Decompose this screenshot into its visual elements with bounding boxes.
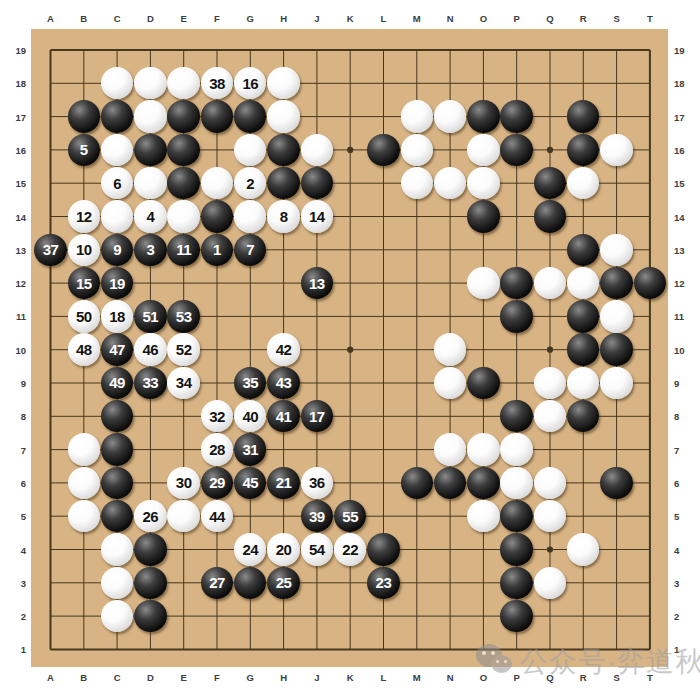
coord-label: 12 <box>674 278 694 289</box>
move-number: 50 <box>76 309 92 324</box>
coord-label: N <box>447 13 454 24</box>
go-stone-black <box>201 100 233 132</box>
go-stone-black <box>467 100 499 132</box>
coord-label: 18 <box>674 78 694 89</box>
move-number: 6 <box>113 176 121 191</box>
go-stone-black <box>500 567 532 599</box>
go-stone-white: 30 <box>167 467 199 499</box>
go-stone-white <box>167 67 199 99</box>
go-stone-white <box>534 567 566 599</box>
coord-label: 7 <box>6 444 26 455</box>
go-stone-black: 39 <box>301 500 333 532</box>
go-stone-white <box>101 567 133 599</box>
move-number: 25 <box>276 575 292 590</box>
move-number: 46 <box>143 342 159 357</box>
coord-label: K <box>347 672 354 683</box>
coord-label: 2 <box>674 611 694 622</box>
move-number: 10 <box>76 242 92 257</box>
go-stone-black <box>167 100 199 132</box>
move-number: 31 <box>242 442 258 457</box>
go-stone-black: 25 <box>267 567 299 599</box>
coord-label: T <box>647 13 653 24</box>
move-number: 27 <box>209 575 225 590</box>
move-number: 18 <box>109 309 125 324</box>
coord-label: 10 <box>674 344 694 355</box>
coord-label: L <box>381 672 387 683</box>
move-number: 9 <box>113 242 121 257</box>
go-stone-black: 11 <box>167 234 199 266</box>
go-stone-black <box>500 300 532 332</box>
go-stone-white <box>101 134 133 166</box>
go-stone-white <box>567 167 599 199</box>
go-stone-black <box>567 134 599 166</box>
go-stone-white <box>600 234 632 266</box>
coord-label: 3 <box>6 577 26 588</box>
go-stone-black <box>134 134 166 166</box>
move-number: 7 <box>246 242 254 257</box>
coord-label: R <box>580 13 587 24</box>
move-number: 43 <box>276 375 292 390</box>
go-stone-white: 50 <box>68 300 100 332</box>
go-stone-white <box>567 367 599 399</box>
go-stone-black <box>600 333 632 365</box>
go-stone-white <box>267 67 299 99</box>
move-number: 28 <box>209 442 225 457</box>
go-stone-white <box>201 167 233 199</box>
stones-layer: 3816562124814371093111715191350185153484… <box>34 33 667 666</box>
coord-label: 4 <box>6 544 26 555</box>
go-stone-black: 31 <box>234 433 266 465</box>
go-stone-white <box>434 333 466 365</box>
go-stone-black: 3 <box>134 234 166 266</box>
go-stone-black <box>101 500 133 532</box>
move-number: 39 <box>309 509 325 524</box>
go-stone-black: 17 <box>301 400 333 432</box>
go-stone-black <box>68 100 100 132</box>
coord-label: 10 <box>6 344 26 355</box>
coord-label: 6 <box>6 477 26 488</box>
go-stone-white: 32 <box>201 400 233 432</box>
coord-label: 13 <box>674 244 694 255</box>
go-stone-white <box>434 100 466 132</box>
go-stone-white <box>234 200 266 232</box>
move-number: 5 <box>80 142 88 157</box>
coord-label: 8 <box>6 411 26 422</box>
go-stone-white <box>234 134 266 166</box>
coord-label: B <box>80 13 87 24</box>
move-number: 16 <box>242 76 258 91</box>
go-stone-black <box>434 467 466 499</box>
go-stone-black <box>201 200 233 232</box>
go-stone-white <box>534 367 566 399</box>
coord-label: J <box>314 13 319 24</box>
coord-label: A <box>47 13 54 24</box>
go-stone-white: 52 <box>167 333 199 365</box>
move-number: 47 <box>109 342 125 357</box>
go-stone-black <box>267 167 299 199</box>
coord-label: 13 <box>6 244 26 255</box>
go-stone-white: 38 <box>201 67 233 99</box>
coord-label: H <box>280 672 287 683</box>
go-stone-black <box>567 100 599 132</box>
go-stone-black <box>500 267 532 299</box>
coord-label: O <box>480 13 487 24</box>
move-number: 42 <box>276 342 292 357</box>
coord-label: 14 <box>6 211 26 222</box>
coord-label: 4 <box>674 544 694 555</box>
go-stone-white <box>567 267 599 299</box>
go-stone-white <box>467 167 499 199</box>
coord-label: J <box>314 672 319 683</box>
move-number: 44 <box>209 509 225 524</box>
go-stone-black <box>301 167 333 199</box>
go-stone-white <box>534 267 566 299</box>
coord-label: 5 <box>674 511 694 522</box>
go-stone-white <box>401 100 433 132</box>
go-stone-black: 5 <box>68 134 100 166</box>
go-stone-black <box>500 600 532 632</box>
coord-label: 18 <box>6 78 26 89</box>
coord-label: F <box>214 672 220 683</box>
go-stone-white <box>101 533 133 565</box>
go-stone-white: 26 <box>134 500 166 532</box>
go-stone-white <box>600 134 632 166</box>
coord-label: L <box>381 13 387 24</box>
coord-label: 17 <box>674 111 694 122</box>
go-stone-white <box>401 167 433 199</box>
go-stone-black: 15 <box>68 267 100 299</box>
go-stone-black <box>134 600 166 632</box>
go-stone-black <box>634 267 666 299</box>
go-stone-white <box>500 467 532 499</box>
go-stone-black <box>267 134 299 166</box>
go-stone-white <box>134 67 166 99</box>
coord-label: B <box>80 672 87 683</box>
go-stone-black <box>401 467 433 499</box>
move-number: 17 <box>309 409 325 424</box>
coord-label: A <box>47 672 54 683</box>
move-number: 23 <box>376 575 392 590</box>
coord-label: 6 <box>674 477 694 488</box>
go-stone-white <box>101 67 133 99</box>
go-stone-black: 55 <box>334 500 366 532</box>
go-stone-black: 1 <box>201 234 233 266</box>
move-number: 20 <box>276 542 292 557</box>
go-stone-black <box>234 100 266 132</box>
go-stone-white <box>101 200 133 232</box>
watermark: 公众号·弈道秋声 <box>474 642 700 682</box>
move-number: 15 <box>76 276 92 291</box>
move-number: 38 <box>209 76 225 91</box>
move-number: 26 <box>143 509 159 524</box>
go-stone-black: 7 <box>234 234 266 266</box>
go-stone-black <box>101 467 133 499</box>
go-stone-white <box>534 467 566 499</box>
move-number: 35 <box>242 375 258 390</box>
move-number: 1 <box>213 242 221 257</box>
coord-label: 19 <box>674 45 694 56</box>
go-stone-black <box>500 400 532 432</box>
go-stone-white <box>301 134 333 166</box>
go-stone-black: 49 <box>101 367 133 399</box>
go-stone-white: 10 <box>68 234 100 266</box>
go-stone-black <box>500 100 532 132</box>
move-number: 13 <box>309 276 325 291</box>
go-stone-black <box>600 467 632 499</box>
go-stone-white: 20 <box>267 533 299 565</box>
go-stone-white: 34 <box>167 367 199 399</box>
move-number: 8 <box>280 209 288 224</box>
wechat-icon <box>474 642 520 682</box>
go-stone-white <box>600 300 632 332</box>
coord-label: D <box>147 13 154 24</box>
coord-label: C <box>114 672 121 683</box>
go-stone-white <box>467 134 499 166</box>
coord-label: F <box>214 13 220 24</box>
go-stone-black <box>500 533 532 565</box>
move-number: 54 <box>309 542 325 557</box>
move-number: 19 <box>109 276 125 291</box>
move-number: 53 <box>176 309 192 324</box>
move-number: 11 <box>176 242 191 257</box>
go-stone-black: 13 <box>301 267 333 299</box>
coord-label: D <box>147 672 154 683</box>
move-number: 29 <box>209 475 225 490</box>
coord-label: K <box>347 13 354 24</box>
go-stone-white: 44 <box>201 500 233 532</box>
move-number: 3 <box>146 242 154 257</box>
coord-label: 11 <box>6 311 26 322</box>
move-number: 4 <box>146 209 154 224</box>
go-stone-white <box>534 500 566 532</box>
go-stone-black: 53 <box>167 300 199 332</box>
coord-label: 1 <box>6 644 26 655</box>
coord-label: G <box>247 672 254 683</box>
go-stone-white <box>467 500 499 532</box>
go-stone-white: 36 <box>301 467 333 499</box>
go-stone-white <box>134 100 166 132</box>
coord-label: 5 <box>6 511 26 522</box>
coord-label: 8 <box>674 411 694 422</box>
move-number: 2 <box>246 176 254 191</box>
go-stone-white <box>267 100 299 132</box>
go-stone-black: 51 <box>134 300 166 332</box>
go-stone-black <box>467 367 499 399</box>
move-number: 33 <box>143 375 159 390</box>
coord-label: 16 <box>674 144 694 155</box>
go-stone-white <box>434 367 466 399</box>
go-stone-black <box>567 400 599 432</box>
move-number: 37 <box>43 242 59 257</box>
go-diagram-page: 3816562124814371093111715191350185153484… <box>0 0 700 700</box>
go-stone-white: 18 <box>101 300 133 332</box>
go-stone-white <box>467 267 499 299</box>
go-stone-black <box>101 400 133 432</box>
move-number: 40 <box>242 409 258 424</box>
go-stone-white <box>567 533 599 565</box>
go-stone-white <box>500 433 532 465</box>
go-stone-white: 6 <box>101 167 133 199</box>
coord-label: E <box>181 672 187 683</box>
go-stone-white <box>401 134 433 166</box>
go-stone-white: 12 <box>68 200 100 232</box>
coord-label: 9 <box>674 378 694 389</box>
coord-label: 2 <box>6 611 26 622</box>
go-stone-white: 54 <box>301 533 333 565</box>
go-stone-white: 48 <box>68 333 100 365</box>
go-stone-black: 33 <box>134 367 166 399</box>
go-stone-black: 41 <box>267 400 299 432</box>
go-stone-white <box>534 400 566 432</box>
move-number: 12 <box>76 209 92 224</box>
go-stone-black <box>367 533 399 565</box>
go-stone-white: 46 <box>134 333 166 365</box>
go-stone-black <box>101 433 133 465</box>
move-number: 49 <box>109 375 125 390</box>
coord-label: M <box>413 672 421 683</box>
move-number: 30 <box>176 475 192 490</box>
go-stone-white: 24 <box>234 533 266 565</box>
coord-label: 12 <box>6 278 26 289</box>
coord-label: P <box>514 13 520 24</box>
move-number: 22 <box>342 542 358 557</box>
move-number: 14 <box>309 209 325 224</box>
go-stone-white <box>167 200 199 232</box>
go-stone-white: 2 <box>234 167 266 199</box>
coord-label: 7 <box>674 444 694 455</box>
go-stone-white <box>167 500 199 532</box>
go-stone-black <box>500 500 532 532</box>
coord-label: C <box>114 13 121 24</box>
go-stone-white: 8 <box>267 200 299 232</box>
go-stone-black: 47 <box>101 333 133 365</box>
coord-label: Q <box>546 13 553 24</box>
coord-label: G <box>247 13 254 24</box>
go-stone-white <box>68 433 100 465</box>
go-stone-black: 23 <box>367 567 399 599</box>
go-stone-white: 16 <box>234 67 266 99</box>
coord-label: 17 <box>6 111 26 122</box>
go-stone-black <box>567 300 599 332</box>
coord-label: H <box>280 13 287 24</box>
go-stone-black: 21 <box>267 467 299 499</box>
go-stone-white: 28 <box>201 433 233 465</box>
coord-label: 19 <box>6 45 26 56</box>
move-number: 36 <box>309 475 325 490</box>
go-stone-white <box>600 367 632 399</box>
go-stone-black <box>534 167 566 199</box>
go-stone-white: 4 <box>134 200 166 232</box>
coord-label: N <box>447 672 454 683</box>
go-stone-black: 9 <box>101 234 133 266</box>
go-stone-black <box>234 567 266 599</box>
go-stone-black <box>534 200 566 232</box>
move-number: 48 <box>76 342 92 357</box>
coord-label: E <box>181 13 187 24</box>
go-board: 3816562124814371093111715191350185153484… <box>31 29 668 667</box>
go-stone-black <box>467 200 499 232</box>
go-stone-black: 29 <box>201 467 233 499</box>
go-stone-black <box>167 167 199 199</box>
go-stone-white <box>134 167 166 199</box>
go-stone-black: 43 <box>267 367 299 399</box>
move-number: 41 <box>276 409 292 424</box>
go-stone-white: 40 <box>234 400 266 432</box>
go-stone-white <box>68 500 100 532</box>
move-number: 55 <box>342 509 358 524</box>
go-stone-white <box>434 167 466 199</box>
go-stone-black <box>167 134 199 166</box>
move-number: 51 <box>143 309 159 324</box>
go-stone-white <box>68 467 100 499</box>
go-stone-white <box>101 600 133 632</box>
go-stone-white: 22 <box>334 533 366 565</box>
go-stone-black <box>101 100 133 132</box>
go-stone-black: 27 <box>201 567 233 599</box>
coord-label: 9 <box>6 378 26 389</box>
go-stone-white <box>434 433 466 465</box>
move-number: 52 <box>176 342 192 357</box>
coord-label: 11 <box>674 311 694 322</box>
go-stone-white: 42 <box>267 333 299 365</box>
coord-label: M <box>413 13 421 24</box>
coord-label: S <box>613 13 619 24</box>
go-stone-black <box>567 333 599 365</box>
go-stone-black: 45 <box>234 467 266 499</box>
coord-label: 16 <box>6 144 26 155</box>
go-stone-black <box>500 134 532 166</box>
coord-label: 15 <box>674 178 694 189</box>
go-stone-black <box>367 134 399 166</box>
coord-label: 3 <box>674 577 694 588</box>
move-number: 45 <box>242 475 258 490</box>
go-stone-white <box>467 433 499 465</box>
go-stone-black: 35 <box>234 367 266 399</box>
go-stone-black <box>467 467 499 499</box>
watermark-text: 公众号·弈道秋声 <box>520 643 700 681</box>
go-stone-black <box>134 533 166 565</box>
move-number: 21 <box>276 475 292 490</box>
go-stone-black <box>600 267 632 299</box>
go-stone-black: 37 <box>34 234 66 266</box>
move-number: 24 <box>242 542 258 557</box>
coord-label: 14 <box>674 211 694 222</box>
move-number: 32 <box>209 409 225 424</box>
go-stone-black <box>567 234 599 266</box>
coord-label: 15 <box>6 178 26 189</box>
move-number: 34 <box>176 375 192 390</box>
go-stone-black <box>134 567 166 599</box>
go-stone-black: 19 <box>101 267 133 299</box>
go-stone-white: 14 <box>301 200 333 232</box>
